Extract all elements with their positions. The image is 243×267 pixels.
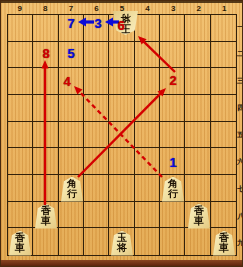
move-number-7: 7: [67, 16, 74, 31]
shogi-board: 987654321 一二三四五六七八九 王将角行角行香車香車香車玉将香車 123…: [0, 0, 243, 267]
move-number-4: 4: [63, 74, 70, 89]
arrow-shaft-bishop-3c-to-5a: [143, 41, 175, 72]
move-number-8: 8: [42, 46, 49, 61]
arrow-head-lance-8h-to-8b: [41, 60, 48, 69]
arrow-head-king-5a-to-6a: [105, 18, 113, 27]
move-number-5: 5: [67, 46, 74, 61]
arrows-layer: [1, 1, 243, 267]
arrow-head-king-6a-to-7a: [78, 18, 86, 27]
move-number-1: 1: [169, 155, 176, 170]
move-number-2: 2: [169, 73, 176, 88]
move-number-6: 6: [117, 18, 124, 33]
move-number-3: 3: [94, 16, 101, 31]
board-top-edge: [1, 1, 242, 3]
